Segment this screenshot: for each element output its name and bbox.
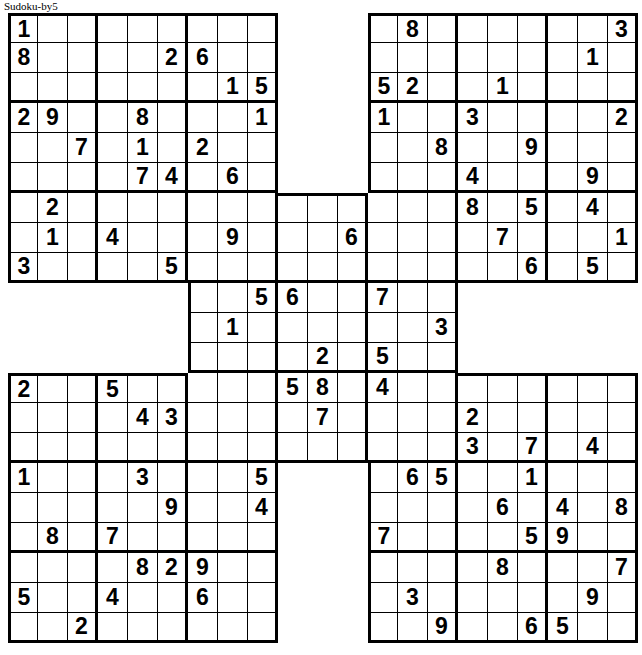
cell-r7c19[interactable] [548,193,578,223]
cell-r10c7[interactable] [188,283,218,313]
cell-r7c8[interactable] [218,193,248,223]
cell-r7c15[interactable] [428,193,458,223]
cell-r5c19[interactable] [548,133,578,163]
cell-r12c14[interactable] [398,343,428,373]
cell-r15c12[interactable] [338,433,368,463]
cell-r7c7[interactable] [188,193,218,223]
cell-r2c8[interactable] [218,43,248,73]
cell-r1c9[interactable] [248,13,278,43]
cell-r4c3[interactable] [68,103,98,133]
cell-r1c6[interactable] [158,13,188,43]
cell-r9c21[interactable] [608,253,638,283]
cell-r9c14[interactable] [398,253,428,283]
cell-r5c6[interactable] [158,133,188,163]
cell-r16c19[interactable] [548,463,578,493]
puzzle-title: Sudoku-by5 [4,0,58,12]
cell-r8c13[interactable] [368,223,398,253]
cell-r14c10[interactable] [278,403,308,433]
cell-r6c18[interactable] [518,163,548,193]
cell-r4c7[interactable] [188,103,218,133]
cell-r17c7[interactable] [188,493,218,523]
cell-r20c17[interactable] [488,583,518,613]
cell-r8c20[interactable] [578,223,608,253]
cell-r8c5[interactable] [128,223,158,253]
cell-r6c17[interactable] [488,163,518,193]
cell-r16c14: 6 [398,463,428,493]
cell-r16c2[interactable] [38,463,68,493]
cell-r17c16[interactable] [458,493,488,523]
cell-r13c17[interactable] [488,373,518,403]
cell-r5c8[interactable] [218,133,248,163]
cell-r5c20[interactable] [578,133,608,163]
cell-r2c13[interactable] [368,43,398,73]
cell-r7c11[interactable] [308,193,338,223]
cell-r2c15[interactable] [428,43,458,73]
cell-r10c12[interactable] [338,283,368,313]
cell-r13c6[interactable] [158,373,188,403]
cell-r13c21[interactable] [608,373,638,403]
cell-r8c10[interactable] [278,223,308,253]
cell-r14c15[interactable] [428,403,458,433]
cell-r14c20[interactable] [578,403,608,433]
cell-r6c13[interactable] [368,163,398,193]
cell-r4c18[interactable] [518,103,548,133]
cell-r14c13[interactable] [368,403,398,433]
cell-r18c9[interactable] [248,523,278,553]
cell-r8c11[interactable] [308,223,338,253]
cell-r7c4[interactable] [98,193,128,223]
cell-r10c11[interactable] [308,283,338,313]
cell-r20c21[interactable] [608,583,638,613]
cell-r18c6[interactable] [158,523,188,553]
cell-r7c12[interactable] [338,193,368,223]
cell-r9c17[interactable] [488,253,518,283]
cell-r15c7[interactable] [188,433,218,463]
cell-r15c9[interactable] [248,433,278,463]
cell-r20c16[interactable] [458,583,488,613]
cell-r15c10[interactable] [278,433,308,463]
cell-r17c2[interactable] [38,493,68,523]
cell-r12c7[interactable] [188,343,218,373]
cell-r17c3[interactable] [68,493,98,523]
cell-r19c6: 2 [158,553,188,583]
cell-r15c13[interactable] [368,433,398,463]
cell-r19c8[interactable] [218,553,248,583]
cell-r6c3[interactable] [68,163,98,193]
cell-r10c8[interactable] [218,283,248,313]
cell-r18c16[interactable] [458,523,488,553]
cell-r5c13[interactable] [368,133,398,163]
cell-r18c8[interactable] [218,523,248,553]
cell-r9c16[interactable] [458,253,488,283]
cell-r21c4[interactable] [98,613,128,643]
cell-r6c5: 7 [128,163,158,193]
cell-r13c8[interactable] [218,373,248,403]
cell-r14c2[interactable] [38,403,68,433]
cell-r16c3[interactable] [68,463,98,493]
cell-r18c3[interactable] [68,523,98,553]
cell-r1c7[interactable] [188,13,218,43]
cell-r5c4[interactable] [98,133,128,163]
cell-r19c1[interactable] [8,553,38,583]
cell-r2c14[interactable] [398,43,428,73]
cell-r3c9: 5 [248,73,278,103]
cell-r20c5[interactable] [128,583,158,613]
cell-r15c1[interactable] [8,433,38,463]
cell-r3c3[interactable] [68,73,98,103]
cell-r5c1[interactable] [8,133,38,163]
cell-r3c2[interactable] [38,73,68,103]
cell-r15c15[interactable] [428,433,458,463]
cell-r1c2[interactable] [38,13,68,43]
cell-r16c7[interactable] [188,463,218,493]
cell-r9c15[interactable] [428,253,458,283]
cell-r13c18[interactable] [518,373,548,403]
cell-r18c17[interactable] [488,523,518,553]
cell-r10c14[interactable] [398,283,428,313]
cell-r12c10[interactable] [278,343,308,373]
cell-r7c10[interactable] [278,193,308,223]
cell-r5c16[interactable] [458,133,488,163]
cell-r14c19[interactable] [548,403,578,433]
cell-r7c21[interactable] [608,193,638,223]
cell-r15c8[interactable] [218,433,248,463]
cell-r3c20[interactable] [578,73,608,103]
cell-r13c9[interactable] [248,373,278,403]
cell-r3c7[interactable] [188,73,218,103]
cell-r2c19[interactable] [548,43,578,73]
cell-r6c21[interactable] [608,163,638,193]
cell-r15c11[interactable] [308,433,338,463]
cell-r11c12[interactable] [338,313,368,343]
cell-r9c12[interactable] [338,253,368,283]
cell-r19c20[interactable] [578,553,608,583]
cell-r3c5[interactable] [128,73,158,103]
cell-r14c17[interactable] [488,403,518,433]
cell-r14c1[interactable] [8,403,38,433]
cell-r4c6[interactable] [158,103,188,133]
cell-r20c2[interactable] [38,583,68,613]
cell-r21c21[interactable] [608,613,638,643]
cell-r15c19[interactable] [548,433,578,463]
cell-r20c19[interactable] [548,583,578,613]
cell-r9c5[interactable] [128,253,158,283]
cell-r14c7[interactable] [188,403,218,433]
cell-r2c2[interactable] [38,43,68,73]
cell-r12c12[interactable] [338,343,368,373]
cell-r21c20[interactable] [578,613,608,643]
cell-r19c19[interactable] [548,553,578,583]
cell-r13c5[interactable] [128,373,158,403]
cell-r15c2[interactable] [38,433,68,463]
cell-r8c3[interactable] [68,223,98,253]
cell-r5c14[interactable] [398,133,428,163]
cell-r13c11: 8 [308,373,338,403]
cell-r15c6[interactable] [158,433,188,463]
cell-r8c15[interactable] [428,223,458,253]
cell-r17c1[interactable] [8,493,38,523]
cell-r3c21[interactable] [608,73,638,103]
cell-r7c16: 8 [458,193,488,223]
cell-r16c6[interactable] [158,463,188,493]
cell-r1c3[interactable] [68,13,98,43]
cell-r20c6[interactable] [158,583,188,613]
cell-r9c4[interactable] [98,253,128,283]
cell-r7c13[interactable] [368,193,398,223]
cell-r15c17[interactable] [488,433,518,463]
cell-r16c8[interactable] [218,463,248,493]
cell-r10c9: 5 [248,283,278,313]
cell-r8c6[interactable] [158,223,188,253]
cell-r7c3[interactable] [68,193,98,223]
cell-r1c4[interactable] [98,13,128,43]
cell-r21c14[interactable] [398,613,428,643]
cell-r7c1[interactable] [8,193,38,223]
cell-r16c4[interactable] [98,463,128,493]
cell-r1c17[interactable] [488,13,518,43]
cell-r6c4[interactable] [98,163,128,193]
cell-r1c13[interactable] [368,13,398,43]
cell-r11c10[interactable] [278,313,308,343]
cell-r15c4[interactable] [98,433,128,463]
cell-r12c8[interactable] [218,343,248,373]
cell-r1c5[interactable] [128,13,158,43]
cell-r8c14[interactable] [398,223,428,253]
cell-r21c3: 2 [68,613,98,643]
cell-r13c4: 5 [98,373,128,403]
cell-r4c8[interactable] [218,103,248,133]
cell-r18c13: 7 [368,523,398,553]
samurai-sudoku-board: 1838261155212981132712897464928541496713… [8,13,639,644]
cell-r2c5[interactable] [128,43,158,73]
cell-r17c13[interactable] [368,493,398,523]
cell-r13c12[interactable] [338,373,368,403]
cell-r19c15[interactable] [428,553,458,583]
cell-r16c13[interactable] [368,463,398,493]
cell-r21c16[interactable] [458,613,488,643]
cell-r9c10[interactable] [278,253,308,283]
cell-r3c18[interactable] [518,73,548,103]
cell-r6c2[interactable] [38,163,68,193]
cell-r4c14[interactable] [398,103,428,133]
cell-r15c21[interactable] [608,433,638,463]
cell-r13c19[interactable] [548,373,578,403]
cell-r1c14: 8 [398,13,428,43]
cell-r19c16[interactable] [458,553,488,583]
cell-r5c17[interactable] [488,133,518,163]
cell-r1c20[interactable] [578,13,608,43]
cell-r16c17[interactable] [488,463,518,493]
cell-r4c15[interactable] [428,103,458,133]
cell-r21c13[interactable] [368,613,398,643]
cell-r2c21[interactable] [608,43,638,73]
cell-r7c5[interactable] [128,193,158,223]
cell-r14c21[interactable] [608,403,638,433]
cell-r21c1[interactable] [8,613,38,643]
cell-r17c18[interactable] [518,493,548,523]
cell-r20c1: 5 [8,583,38,613]
cell-r3c6[interactable] [158,73,188,103]
cell-r4c20[interactable] [578,103,608,133]
cell-r9c11[interactable] [308,253,338,283]
cell-r11c9[interactable] [248,313,278,343]
cell-r11c11[interactable] [308,313,338,343]
cell-r19c14[interactable] [398,553,428,583]
cell-r4c4[interactable] [98,103,128,133]
cell-r9c20: 5 [578,253,608,283]
cell-r5c9[interactable] [248,133,278,163]
cell-r18c5[interactable] [128,523,158,553]
cell-r19c9[interactable] [248,553,278,583]
cell-r13c15[interactable] [428,373,458,403]
cell-r4c19[interactable] [548,103,578,133]
cell-r13c16[interactable] [458,373,488,403]
cell-r17c14[interactable] [398,493,428,523]
cell-r6c7[interactable] [188,163,218,193]
cell-r7c6[interactable] [158,193,188,223]
cell-r17c5[interactable] [128,493,158,523]
cell-r19c4[interactable] [98,553,128,583]
cell-r17c15[interactable] [428,493,458,523]
cell-r20c18[interactable] [518,583,548,613]
cell-r3c1[interactable] [8,73,38,103]
cell-r8c18[interactable] [518,223,548,253]
cell-r4c17[interactable] [488,103,518,133]
cell-r3c16[interactable] [458,73,488,103]
cell-r15c5[interactable] [128,433,158,463]
cell-r9c8[interactable] [218,253,248,283]
cell-r19c18[interactable] [518,553,548,583]
cell-r21c17[interactable] [488,613,518,643]
cell-r5c7: 2 [188,133,218,163]
cell-r15c3[interactable] [68,433,98,463]
cell-r15c14[interactable] [398,433,428,463]
cell-r8c7[interactable] [188,223,218,253]
cell-r11c7[interactable] [188,313,218,343]
cell-r8c16[interactable] [458,223,488,253]
cell-r8c19[interactable] [548,223,578,253]
cell-r1c15[interactable] [428,13,458,43]
cell-r2c16[interactable] [458,43,488,73]
cell-r12c15[interactable] [428,343,458,373]
cell-r14c5: 4 [128,403,158,433]
cell-r21c2[interactable] [38,613,68,643]
cell-r5c21[interactable] [608,133,638,163]
cell-r14c9[interactable] [248,403,278,433]
cell-r18c1[interactable] [8,523,38,553]
cell-r18c14[interactable] [398,523,428,553]
cell-r9c19[interactable] [548,253,578,283]
cell-r7c9[interactable] [248,193,278,223]
cell-r2c18[interactable] [518,43,548,73]
cell-r8c1[interactable] [8,223,38,253]
cell-r5c5: 1 [128,133,158,163]
cell-r19c13[interactable] [368,553,398,583]
cell-r2c4[interactable] [98,43,128,73]
cell-r13c20[interactable] [578,373,608,403]
cell-r20c13[interactable] [368,583,398,613]
cell-r1c8[interactable] [218,13,248,43]
cell-r16c20[interactable] [578,463,608,493]
cell-r14c8[interactable] [218,403,248,433]
cell-r13c2[interactable] [38,373,68,403]
cell-r21c8[interactable] [218,613,248,643]
cell-r1c16[interactable] [458,13,488,43]
cell-r6c14[interactable] [398,163,428,193]
cell-r1c18[interactable] [518,13,548,43]
cell-r9c13[interactable] [368,253,398,283]
cell-r9c2[interactable] [38,253,68,283]
cell-r6c19[interactable] [548,163,578,193]
cell-r7c14[interactable] [398,193,428,223]
cell-r19c2[interactable] [38,553,68,583]
cell-r21c9[interactable] [248,613,278,643]
cell-r17c8[interactable] [218,493,248,523]
cell-r6c9[interactable] [248,163,278,193]
cell-r3c19[interactable] [548,73,578,103]
cell-r3c15[interactable] [428,73,458,103]
cell-r20c3[interactable] [68,583,98,613]
cell-r6c15[interactable] [428,163,458,193]
cell-r21c5[interactable] [128,613,158,643]
cell-r16c16[interactable] [458,463,488,493]
cell-r2c17[interactable] [488,43,518,73]
cell-r21c6[interactable] [158,613,188,643]
cell-r13c3[interactable] [68,373,98,403]
cell-r19c7: 9 [188,553,218,583]
cell-r4c2: 9 [38,103,68,133]
cell-r13c7[interactable] [188,373,218,403]
cell-r11c13[interactable] [368,313,398,343]
cell-r6c1[interactable] [8,163,38,193]
cell-r11c14[interactable] [398,313,428,343]
cell-r18c20[interactable] [578,523,608,553]
cell-r1c19[interactable] [548,13,578,43]
cell-r20c20: 9 [578,583,608,613]
cell-r16c21[interactable] [608,463,638,493]
cell-r13c14[interactable] [398,373,428,403]
cell-r18c15[interactable] [428,523,458,553]
cell-r20c15[interactable] [428,583,458,613]
cell-r14c14[interactable] [398,403,428,433]
cell-r21c18: 6 [518,613,548,643]
cell-r19c3[interactable] [68,553,98,583]
cell-r9c9[interactable] [248,253,278,283]
cell-r10c13: 7 [368,283,398,313]
cell-r18c21[interactable] [608,523,638,553]
cell-r9c3[interactable] [68,253,98,283]
cell-r2c9[interactable] [248,43,278,73]
cell-r5c2[interactable] [38,133,68,163]
cell-r14c4[interactable] [98,403,128,433]
cell-r14c18[interactable] [518,403,548,433]
cell-r17c4[interactable] [98,493,128,523]
cell-r18c7[interactable] [188,523,218,553]
cell-r3c4[interactable] [98,73,128,103]
cell-r17c20[interactable] [578,493,608,523]
cell-r2c3[interactable] [68,43,98,73]
cell-r12c9[interactable] [248,343,278,373]
cell-r14c12[interactable] [338,403,368,433]
cell-r21c7[interactable] [188,613,218,643]
cell-r9c7[interactable] [188,253,218,283]
cell-r20c9[interactable] [248,583,278,613]
cell-r20c8[interactable] [218,583,248,613]
cell-r14c3[interactable] [68,403,98,433]
cell-r8c9[interactable] [248,223,278,253]
cell-r7c17[interactable] [488,193,518,223]
cell-r10c15[interactable] [428,283,458,313]
